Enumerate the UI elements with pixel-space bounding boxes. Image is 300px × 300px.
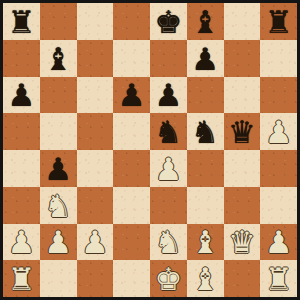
square-h6[interactable] bbox=[260, 77, 297, 114]
square-e1[interactable]: ♚ bbox=[150, 260, 187, 297]
square-h7[interactable] bbox=[260, 40, 297, 77]
square-f4[interactable] bbox=[187, 150, 224, 187]
square-g4[interactable] bbox=[224, 150, 261, 187]
black-rook[interactable]: ♜ bbox=[265, 7, 293, 38]
white-pawn[interactable]: ♟ bbox=[7, 227, 35, 258]
white-pawn[interactable]: ♟ bbox=[154, 154, 182, 185]
square-h3[interactable] bbox=[260, 187, 297, 224]
square-d2[interactable] bbox=[113, 224, 150, 261]
square-b5[interactable] bbox=[40, 113, 77, 150]
square-a7[interactable] bbox=[3, 40, 40, 77]
square-e4[interactable]: ♟ bbox=[150, 150, 187, 187]
square-g2[interactable]: ♛ bbox=[224, 224, 261, 261]
white-rook[interactable]: ♜ bbox=[265, 264, 293, 295]
square-e8[interactable]: ♚ bbox=[150, 3, 187, 40]
white-king[interactable]: ♚ bbox=[154, 264, 182, 295]
square-a4[interactable] bbox=[3, 150, 40, 187]
chess-board: ♜♚♝♜♝♟♟♟♟♞♞♛♟♟♟♞♟♟♟♞♝♛♟♜♚♝♜ bbox=[0, 0, 300, 300]
white-pawn[interactable]: ♟ bbox=[81, 227, 109, 258]
square-b8[interactable] bbox=[40, 3, 77, 40]
square-f3[interactable] bbox=[187, 187, 224, 224]
black-bishop[interactable]: ♝ bbox=[44, 44, 72, 75]
white-pawn[interactable]: ♟ bbox=[265, 227, 293, 258]
square-e2[interactable]: ♞ bbox=[150, 224, 187, 261]
white-rook[interactable]: ♜ bbox=[7, 264, 35, 295]
square-g8[interactable] bbox=[224, 3, 261, 40]
square-e5[interactable]: ♞ bbox=[150, 113, 187, 150]
square-f5[interactable]: ♞ bbox=[187, 113, 224, 150]
square-f7[interactable]: ♟ bbox=[187, 40, 224, 77]
square-d1[interactable] bbox=[113, 260, 150, 297]
square-b3[interactable]: ♞ bbox=[40, 187, 77, 224]
square-c6[interactable] bbox=[77, 77, 114, 114]
square-g1[interactable] bbox=[224, 260, 261, 297]
black-pawn[interactable]: ♟ bbox=[44, 154, 72, 185]
black-pawn[interactable]: ♟ bbox=[154, 80, 182, 111]
square-e6[interactable]: ♟ bbox=[150, 77, 187, 114]
square-a8[interactable]: ♜ bbox=[3, 3, 40, 40]
square-g5[interactable]: ♛ bbox=[224, 113, 261, 150]
square-f8[interactable]: ♝ bbox=[187, 3, 224, 40]
black-bishop[interactable]: ♝ bbox=[191, 7, 219, 38]
square-b7[interactable]: ♝ bbox=[40, 40, 77, 77]
white-pawn[interactable]: ♟ bbox=[265, 117, 293, 148]
square-a1[interactable]: ♜ bbox=[3, 260, 40, 297]
black-knight[interactable]: ♞ bbox=[191, 117, 219, 148]
square-h4[interactable] bbox=[260, 150, 297, 187]
square-f2[interactable]: ♝ bbox=[187, 224, 224, 261]
square-g3[interactable] bbox=[224, 187, 261, 224]
square-c7[interactable] bbox=[77, 40, 114, 77]
square-b6[interactable] bbox=[40, 77, 77, 114]
square-c5[interactable] bbox=[77, 113, 114, 150]
square-g7[interactable] bbox=[224, 40, 261, 77]
square-a3[interactable] bbox=[3, 187, 40, 224]
black-rook[interactable]: ♜ bbox=[7, 7, 35, 38]
white-pawn[interactable]: ♟ bbox=[44, 227, 72, 258]
square-d5[interactable] bbox=[113, 113, 150, 150]
square-a6[interactable]: ♟ bbox=[3, 77, 40, 114]
white-knight[interactable]: ♞ bbox=[44, 191, 72, 222]
square-f1[interactable]: ♝ bbox=[187, 260, 224, 297]
white-knight[interactable]: ♞ bbox=[154, 227, 182, 258]
white-bishop[interactable]: ♝ bbox=[191, 264, 219, 295]
white-queen[interactable]: ♛ bbox=[228, 227, 256, 258]
square-c8[interactable] bbox=[77, 3, 114, 40]
black-pawn[interactable]: ♟ bbox=[118, 80, 146, 111]
square-d3[interactable] bbox=[113, 187, 150, 224]
square-d7[interactable] bbox=[113, 40, 150, 77]
square-d8[interactable] bbox=[113, 3, 150, 40]
black-pawn[interactable]: ♟ bbox=[7, 80, 35, 111]
square-f6[interactable] bbox=[187, 77, 224, 114]
square-b2[interactable]: ♟ bbox=[40, 224, 77, 261]
chess-board-grid: ♜♚♝♜♝♟♟♟♟♞♞♛♟♟♟♞♟♟♟♞♝♛♟♜♚♝♜ bbox=[3, 3, 297, 297]
black-king[interactable]: ♚ bbox=[154, 7, 182, 38]
black-knight[interactable]: ♞ bbox=[154, 117, 182, 148]
square-d4[interactable] bbox=[113, 150, 150, 187]
square-g6[interactable] bbox=[224, 77, 261, 114]
square-h1[interactable]: ♜ bbox=[260, 260, 297, 297]
square-h5[interactable]: ♟ bbox=[260, 113, 297, 150]
square-c4[interactable] bbox=[77, 150, 114, 187]
square-a5[interactable] bbox=[3, 113, 40, 150]
square-c1[interactable] bbox=[77, 260, 114, 297]
square-e7[interactable] bbox=[150, 40, 187, 77]
square-a2[interactable]: ♟ bbox=[3, 224, 40, 261]
square-h8[interactable]: ♜ bbox=[260, 3, 297, 40]
black-queen[interactable]: ♛ bbox=[228, 117, 256, 148]
square-e3[interactable] bbox=[150, 187, 187, 224]
square-c2[interactable]: ♟ bbox=[77, 224, 114, 261]
square-d6[interactable]: ♟ bbox=[113, 77, 150, 114]
square-h2[interactable]: ♟ bbox=[260, 224, 297, 261]
white-bishop[interactable]: ♝ bbox=[191, 227, 219, 258]
square-b4[interactable]: ♟ bbox=[40, 150, 77, 187]
square-b1[interactable] bbox=[40, 260, 77, 297]
square-c3[interactable] bbox=[77, 187, 114, 224]
black-pawn[interactable]: ♟ bbox=[191, 44, 219, 75]
